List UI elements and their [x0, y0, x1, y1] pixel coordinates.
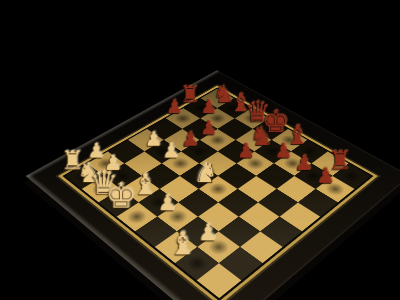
- playing-area: ♞♝♛♚♝♜♜♟♞♟♟♟♟♟♟♟♟♟♞♟♟♝♟♟♜♞♛♚♝: [65, 89, 370, 298]
- piece-light-knight-e4: ♞: [199, 176, 238, 203]
- chess-board: ♞♝♛♚♝♜♜♟♞♟♟♟♟♟♟♟♟♟♞♟♟♝♟♟♜♞♛♚♝: [26, 70, 400, 300]
- scene: ♞♝♛♚♝♜♜♟♞♟♟♟♟♟♟♟♟♟♞♟♟♝♟♟♜♞♛♚♝: [0, 0, 400, 300]
- photo-background: ♞♝♛♚♝♜♜♟♞♟♟♟♟♟♟♟♟♟♞♟♟♝♟♟♜♞♛♚♝: [0, 0, 400, 300]
- board-frame: ♞♝♛♚♝♜♜♟♞♟♟♟♟♟♟♟♟♟♞♟♟♝♟♟♜♞♛♚♝: [26, 70, 400, 300]
- piece-red-rook-h8: ♜: [333, 164, 371, 189]
